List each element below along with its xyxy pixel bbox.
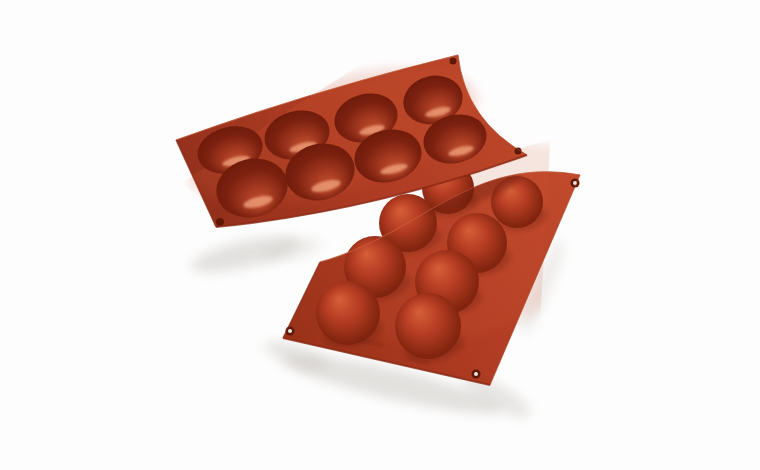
photo-canvas xyxy=(0,0,760,470)
product-photo xyxy=(0,0,760,470)
dome-bump xyxy=(316,281,380,345)
corner-hole-light xyxy=(288,329,292,333)
corner-hole-light xyxy=(474,372,478,376)
corner-hole xyxy=(216,218,224,226)
corner-hole xyxy=(450,58,457,65)
dome-bump xyxy=(395,293,461,359)
